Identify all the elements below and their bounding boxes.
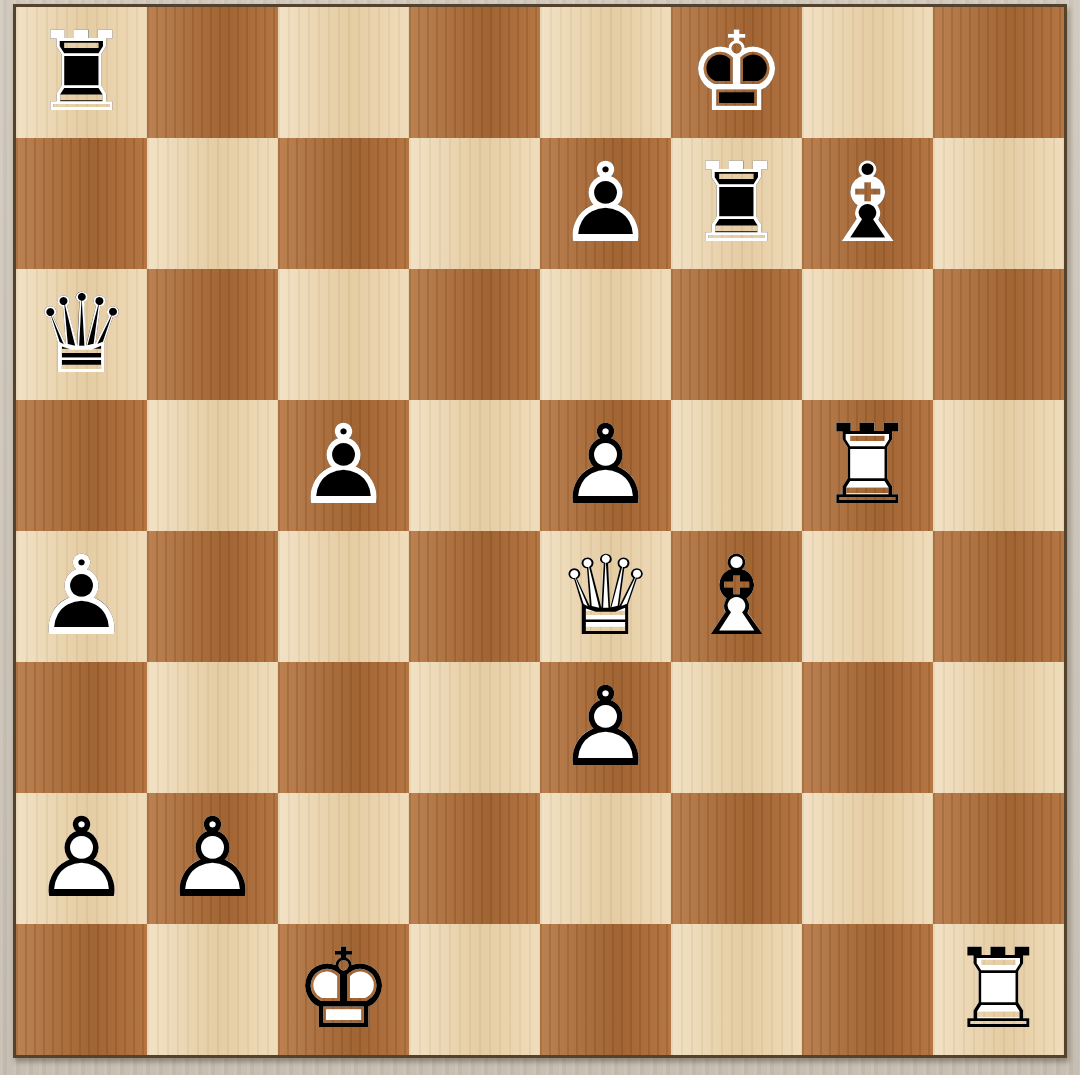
black-pawn-piece[interactable]: ♟♙ <box>278 400 409 531</box>
square-g8[interactable] <box>802 7 933 138</box>
pawn-glyph-outline: ♙ <box>540 662 671 793</box>
square-d4[interactable] <box>409 531 540 662</box>
king-glyph-outline: ♔ <box>278 924 409 1055</box>
square-c5[interactable]: ♟♙ <box>278 400 409 531</box>
square-b7[interactable] <box>147 138 278 269</box>
square-c6[interactable] <box>278 269 409 400</box>
square-e7[interactable]: ♟♙ <box>540 138 671 269</box>
square-g4[interactable] <box>802 531 933 662</box>
square-h7[interactable] <box>933 138 1064 269</box>
square-c1[interactable]: ♚♔ <box>278 924 409 1055</box>
square-f2[interactable] <box>671 793 802 924</box>
square-b5[interactable] <box>147 400 278 531</box>
pawn-glyph-outline: ♙ <box>540 400 671 531</box>
pawn-glyph-outline: ♙ <box>540 138 671 269</box>
square-f7[interactable]: ♜♖ <box>671 138 802 269</box>
square-f6[interactable] <box>671 269 802 400</box>
queen-glyph-outline: ♕ <box>16 269 147 400</box>
rook-glyph-outline: ♖ <box>16 7 147 138</box>
square-h1[interactable]: ♜♖ <box>933 924 1064 1055</box>
square-f3[interactable] <box>671 662 802 793</box>
square-a6[interactable]: ♛♕ <box>16 269 147 400</box>
square-c2[interactable] <box>278 793 409 924</box>
black-pawn-piece[interactable]: ♟♙ <box>540 138 671 269</box>
black-king-piece[interactable]: ♚♔ <box>671 7 802 138</box>
square-d3[interactable] <box>409 662 540 793</box>
rook-glyph-outline: ♖ <box>802 400 933 531</box>
pawn-glyph-outline: ♙ <box>278 400 409 531</box>
square-f4[interactable]: ♝♗ <box>671 531 802 662</box>
square-c8[interactable] <box>278 7 409 138</box>
square-c3[interactable] <box>278 662 409 793</box>
white-pawn-piece[interactable]: ♟♙ <box>16 793 147 924</box>
square-c4[interactable] <box>278 531 409 662</box>
black-queen-piece[interactable]: ♛♕ <box>16 269 147 400</box>
square-a1[interactable] <box>16 924 147 1055</box>
square-e4[interactable]: ♛♕ <box>540 531 671 662</box>
square-h2[interactable] <box>933 793 1064 924</box>
square-b3[interactable] <box>147 662 278 793</box>
square-a8[interactable]: ♜♖ <box>16 7 147 138</box>
square-a5[interactable] <box>16 400 147 531</box>
bishop-glyph-outline: ♗ <box>671 531 802 662</box>
square-b6[interactable] <box>147 269 278 400</box>
square-e2[interactable] <box>540 793 671 924</box>
square-f5[interactable] <box>671 400 802 531</box>
square-b8[interactable] <box>147 7 278 138</box>
white-rook-piece[interactable]: ♜♖ <box>933 924 1064 1055</box>
square-d8[interactable] <box>409 7 540 138</box>
square-e3[interactable]: ♟♙ <box>540 662 671 793</box>
square-g3[interactable] <box>802 662 933 793</box>
square-g7[interactable]: ♝♗ <box>802 138 933 269</box>
queen-glyph-outline: ♕ <box>540 531 671 662</box>
square-e6[interactable] <box>540 269 671 400</box>
square-e5[interactable]: ♟♙ <box>540 400 671 531</box>
square-e1[interactable] <box>540 924 671 1055</box>
white-pawn-piece[interactable]: ♟♙ <box>540 662 671 793</box>
square-c7[interactable] <box>278 138 409 269</box>
square-g5[interactable]: ♜♖ <box>802 400 933 531</box>
square-g1[interactable] <box>802 924 933 1055</box>
square-b1[interactable] <box>147 924 278 1055</box>
black-rook-piece[interactable]: ♜♖ <box>671 138 802 269</box>
square-g2[interactable] <box>802 793 933 924</box>
square-b4[interactable] <box>147 531 278 662</box>
square-d2[interactable] <box>409 793 540 924</box>
black-pawn-piece[interactable]: ♟♙ <box>16 531 147 662</box>
white-rook-piece[interactable]: ♜♖ <box>802 400 933 531</box>
bishop-glyph-outline: ♗ <box>802 138 933 269</box>
square-f8[interactable]: ♚♔ <box>671 7 802 138</box>
pawn-glyph-outline: ♙ <box>16 793 147 924</box>
square-d7[interactable] <box>409 138 540 269</box>
square-e8[interactable] <box>540 7 671 138</box>
rook-glyph-outline: ♖ <box>671 138 802 269</box>
black-bishop-piece[interactable]: ♝♗ <box>802 138 933 269</box>
square-g6[interactable] <box>802 269 933 400</box>
white-pawn-piece[interactable]: ♟♙ <box>147 793 278 924</box>
square-d1[interactable] <box>409 924 540 1055</box>
square-a4[interactable]: ♟♙ <box>16 531 147 662</box>
white-pawn-piece[interactable]: ♟♙ <box>540 400 671 531</box>
square-d5[interactable] <box>409 400 540 531</box>
white-king-piece[interactable]: ♚♔ <box>278 924 409 1055</box>
square-h4[interactable] <box>933 531 1064 662</box>
square-b2[interactable]: ♟♙ <box>147 793 278 924</box>
pawn-glyph-outline: ♙ <box>16 531 147 662</box>
king-glyph-outline: ♔ <box>671 7 802 138</box>
rook-glyph-outline: ♖ <box>933 924 1064 1055</box>
chess-board: ♜♖♚♔♟♙♜♖♝♗♛♕♟♙♟♙♜♖♟♙♛♕♝♗♟♙♟♙♟♙♚♔♜♖ <box>16 7 1064 1055</box>
square-f1[interactable] <box>671 924 802 1055</box>
pawn-glyph-outline: ♙ <box>147 793 278 924</box>
black-rook-piece[interactable]: ♜♖ <box>16 7 147 138</box>
white-queen-piece[interactable]: ♛♕ <box>540 531 671 662</box>
chess-board-frame: ♜♖♚♔♟♙♜♖♝♗♛♕♟♙♟♙♜♖♟♙♛♕♝♗♟♙♟♙♟♙♚♔♜♖ <box>13 4 1067 1058</box>
square-h3[interactable] <box>933 662 1064 793</box>
square-a7[interactable] <box>16 138 147 269</box>
square-h5[interactable] <box>933 400 1064 531</box>
white-bishop-piece[interactable]: ♝♗ <box>671 531 802 662</box>
square-h6[interactable] <box>933 269 1064 400</box>
square-a2[interactable]: ♟♙ <box>16 793 147 924</box>
square-d6[interactable] <box>409 269 540 400</box>
square-a3[interactable] <box>16 662 147 793</box>
square-h8[interactable] <box>933 7 1064 138</box>
